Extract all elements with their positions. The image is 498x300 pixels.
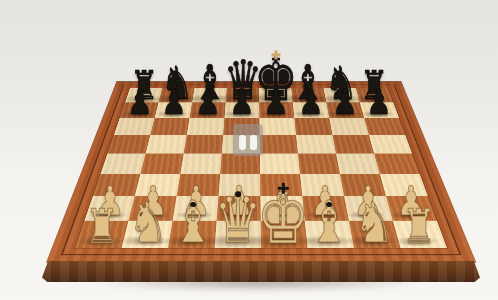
piece-black-pawn-a7: ♟︎ — [127, 85, 152, 121]
piece-black-pawn-d7: ♟︎ — [229, 85, 254, 121]
finial-dot — [190, 202, 196, 208]
watermark — [233, 124, 263, 156]
piece-black-pawn-c7: ♟︎ — [195, 85, 220, 121]
piece-white-rook-a1: ♜︎ — [85, 201, 119, 249]
piece-black-pawn-e7: ♟︎ — [264, 85, 289, 121]
piece-black-pawn-h7: ♟︎ — [366, 85, 391, 121]
finial-dot — [326, 202, 332, 208]
watermark-logo-bar — [239, 135, 246, 150]
piece-black-pawn-g7: ♟︎ — [332, 85, 357, 121]
finial-cross — [278, 183, 288, 193]
finial-dot — [235, 191, 241, 197]
finial-cross — [271, 51, 280, 60]
watermark-logo-bar — [250, 135, 257, 150]
piece-white-rook-h1: ♜︎ — [402, 201, 436, 249]
chess-photo-scene: ♜︎♞︎♝︎♛︎♚︎♝︎♞︎♜︎♟︎♟︎♟︎♟︎♟︎♟︎♟︎♟︎♟︎♟︎♟︎♟︎… — [0, 0, 498, 300]
piece-black-pawn-f7: ♟︎ — [298, 85, 323, 121]
piece-black-pawn-b7: ♟︎ — [161, 85, 186, 121]
piece-white-knight-g1: ♞︎ — [354, 195, 394, 251]
